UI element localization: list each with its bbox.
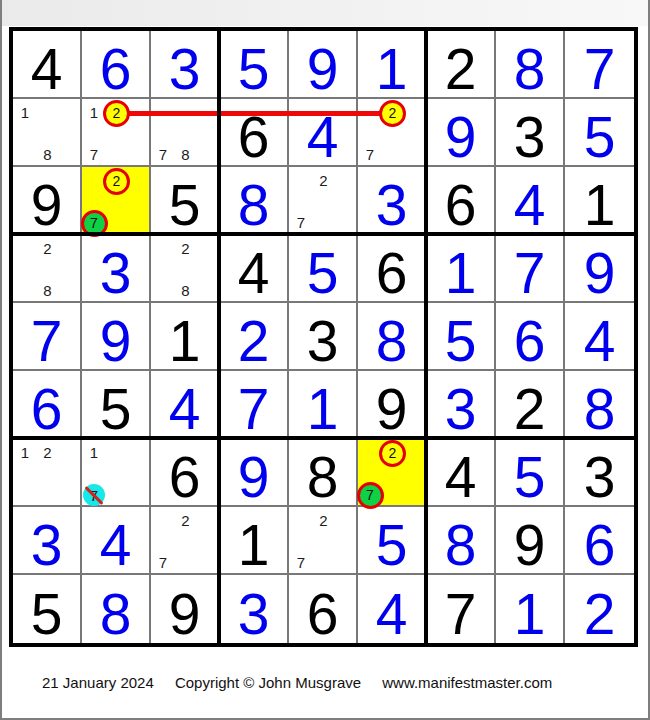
- cell-r7c8[interactable]: 5: [496, 439, 565, 507]
- given-digit: 3: [496, 99, 563, 165]
- given-digit: 5: [13, 575, 80, 643]
- footer-website: www.manifestmaster.com: [382, 674, 552, 691]
- cell-r7c2[interactable]: 17: [82, 439, 151, 507]
- cell-r8c6[interactable]: 5: [358, 507, 427, 575]
- pencil-mark: 8: [37, 282, 59, 300]
- solved-digit: 1: [358, 31, 425, 97]
- pencil-mark: 2: [37, 240, 59, 258]
- box-border-horizontal-bottom: [13, 436, 634, 440]
- solved-digit: 3: [151, 31, 218, 97]
- sudoku-board: 4635912871817278647293592758273641283284…: [9, 27, 638, 647]
- cell-r4c8[interactable]: 7: [496, 235, 565, 303]
- given-digit: 5: [151, 167, 218, 233]
- cell-r7c3[interactable]: 6: [151, 439, 220, 507]
- cell-r3c6[interactable]: 3: [358, 167, 427, 235]
- solved-digit: 8: [565, 371, 634, 437]
- cell-r9c2[interactable]: 8: [82, 575, 151, 643]
- footer-date: 21 January 2024: [42, 674, 154, 691]
- cell-r8c3[interactable]: 27: [151, 507, 220, 575]
- cell-r4c4[interactable]: 4: [220, 235, 289, 303]
- solved-digit: 4: [496, 167, 563, 233]
- circled-candidate-2: 2: [103, 168, 130, 195]
- cell-r5c6[interactable]: 8: [358, 303, 427, 371]
- solved-digit: 5: [289, 235, 356, 301]
- cell-r5c2[interactable]: 9: [82, 303, 151, 371]
- cell-r5c5[interactable]: 3: [289, 303, 358, 371]
- given-digit: 6: [427, 167, 494, 233]
- cell-r5c7[interactable]: 5: [427, 303, 496, 371]
- cell-r6c7[interactable]: 3: [427, 371, 496, 439]
- given-digit: 1: [565, 167, 634, 233]
- cell-r4c5[interactable]: 5: [289, 235, 358, 303]
- cell-r8c7[interactable]: 8: [427, 507, 496, 575]
- solved-digit: 5: [427, 303, 494, 369]
- pencil-mark: 7: [359, 146, 381, 164]
- given-digit: 5: [82, 371, 149, 437]
- cell-r6c9[interactable]: 8: [565, 371, 634, 439]
- solved-digit: 3: [13, 507, 80, 573]
- cell-r7c1[interactable]: 12: [13, 439, 82, 507]
- cell-r3c9[interactable]: 1: [565, 167, 634, 235]
- cell-r8c9[interactable]: 6: [565, 507, 634, 575]
- solved-digit: 4: [565, 303, 634, 369]
- cell-r6c8[interactable]: 2: [496, 371, 565, 439]
- given-digit: 6: [151, 439, 218, 505]
- cell-r1c9[interactable]: 7: [565, 31, 634, 99]
- cell-r1c8[interactable]: 8: [496, 31, 565, 99]
- solved-digit: 4: [358, 575, 425, 643]
- cell-r3c8[interactable]: 4: [496, 167, 565, 235]
- solved-digit: 7: [496, 235, 563, 301]
- cell-r9c1[interactable]: 5: [13, 575, 82, 643]
- cell-r8c1[interactable]: 3: [13, 507, 82, 575]
- cell-r9c7[interactable]: 7: [427, 575, 496, 643]
- given-digit: 1: [151, 303, 218, 369]
- pencil-mark: 1: [14, 444, 36, 462]
- solved-digit: 7: [13, 303, 80, 369]
- cell-r3c4[interactable]: 8: [220, 167, 289, 235]
- circled-candidate-2: 2: [103, 100, 130, 127]
- pencil-mark: 7: [290, 554, 312, 572]
- cell-r4c7[interactable]: 1: [427, 235, 496, 303]
- cell-r5c9[interactable]: 4: [565, 303, 634, 371]
- cell-r2c3[interactable]: 78: [151, 99, 220, 167]
- given-digit: 2: [496, 371, 563, 437]
- cell-r7c7[interactable]: 4: [427, 439, 496, 507]
- solved-digit: 7: [565, 31, 634, 97]
- solved-digit: 4: [289, 99, 356, 165]
- cell-r2c1[interactable]: 18: [13, 99, 82, 167]
- pencil-mark: 7: [152, 554, 174, 572]
- given-digit: 6: [289, 575, 356, 643]
- solved-digit: 5: [220, 31, 287, 97]
- cell-r3c1[interactable]: 9: [13, 167, 82, 235]
- cell-r7c5[interactable]: 8: [289, 439, 358, 507]
- given-digit: 9: [358, 371, 425, 437]
- cell-r4c1[interactable]: 28: [13, 235, 82, 303]
- cell-r7c4[interactable]: 9: [220, 439, 289, 507]
- pencil-mark: 8: [175, 146, 197, 164]
- solved-digit: 1: [427, 235, 494, 301]
- cell-r6c2[interactable]: 5: [82, 371, 151, 439]
- solved-digit: 5: [358, 507, 425, 573]
- cell-r2c8[interactable]: 3: [496, 99, 565, 167]
- cell-r9c6[interactable]: 4: [358, 575, 427, 643]
- given-digit: 7: [427, 575, 494, 643]
- title-bar: [2, 0, 648, 26]
- solved-digit: 6: [565, 507, 634, 573]
- cell-r9c4[interactable]: 3: [220, 575, 289, 643]
- solved-digit: 2: [565, 575, 634, 643]
- solved-digit: 8: [427, 507, 494, 573]
- circled-candidate-2: 2: [379, 440, 406, 467]
- solved-digit: 9: [289, 31, 356, 97]
- circled-candidate-2: 2: [379, 100, 406, 127]
- cell-r1c4[interactable]: 5: [220, 31, 289, 99]
- given-digit: 3: [289, 303, 356, 369]
- given-digit: 8: [289, 439, 356, 505]
- pencil-mark: 7: [152, 146, 174, 164]
- circled-candidate-7: 7: [357, 482, 384, 509]
- given-digit: 4: [220, 235, 287, 301]
- cell-r2c6[interactable]: 72: [358, 99, 427, 167]
- cell-r2c5[interactable]: 4: [289, 99, 358, 167]
- solved-digit: 4: [82, 507, 149, 573]
- cell-r5c1[interactable]: 7: [13, 303, 82, 371]
- given-digit: 6: [358, 235, 425, 301]
- footer-copyright: Copyright © John Musgrave: [175, 674, 361, 691]
- solved-digit: 8: [496, 31, 563, 97]
- cell-r9c3[interactable]: 9: [151, 575, 220, 643]
- cell-r3c2[interactable]: 27: [82, 167, 151, 235]
- pencil-mark: 1: [14, 104, 36, 122]
- cell-r7c6[interactable]: 27: [358, 439, 427, 507]
- solved-digit: 1: [289, 371, 356, 437]
- cell-r1c3[interactable]: 3: [151, 31, 220, 99]
- cell-r9c5[interactable]: 6: [289, 575, 358, 643]
- solved-digit: 4: [151, 371, 218, 437]
- given-digit: 2: [427, 31, 494, 97]
- given-digit: 9: [151, 575, 218, 643]
- cell-r2c4[interactable]: 6: [220, 99, 289, 167]
- given-digit: 6: [220, 99, 287, 165]
- footer: 21 January 2024 Copyright © John Musgrav…: [42, 674, 569, 691]
- solved-digit: 5: [565, 99, 634, 165]
- solved-digit: 1: [496, 575, 563, 643]
- solved-digit: 3: [427, 371, 494, 437]
- cell-r3c3[interactable]: 5: [151, 167, 220, 235]
- cell-r1c2[interactable]: 6: [82, 31, 151, 99]
- pencil-mark: 2: [313, 172, 335, 190]
- cell-r9c9[interactable]: 2: [565, 575, 634, 643]
- given-digit: 4: [13, 31, 80, 97]
- cell-r1c1[interactable]: 4: [13, 31, 82, 99]
- solved-digit: 9: [427, 99, 494, 165]
- solved-digit: 9: [220, 439, 287, 505]
- solved-digit: 3: [220, 575, 287, 643]
- pencil-mark: 8: [175, 282, 197, 300]
- cell-r8c8[interactable]: 9: [496, 507, 565, 575]
- solved-digit: 2: [220, 303, 287, 369]
- sudoku-app-window: 4635912871817278647293592758273641283284…: [0, 0, 650, 720]
- solved-digit: 8: [358, 303, 425, 369]
- cell-r7c9[interactable]: 3: [565, 439, 634, 507]
- solved-digit: 6: [13, 371, 80, 437]
- eliminated-candidate-7: 7: [83, 484, 105, 506]
- cell-r3c7[interactable]: 6: [427, 167, 496, 235]
- pencil-mark: 8: [37, 146, 59, 164]
- given-digit: 1: [220, 507, 287, 573]
- cell-r6c1[interactable]: 6: [13, 371, 82, 439]
- given-digit: 3: [565, 439, 634, 505]
- cell-r6c6[interactable]: 9: [358, 371, 427, 439]
- pencil-mark: 7: [83, 146, 105, 164]
- cell-r4c2[interactable]: 3: [82, 235, 151, 303]
- solved-digit: 9: [565, 235, 634, 301]
- box-border-vertical-right: [424, 31, 428, 643]
- cell-r2c2[interactable]: 172: [82, 99, 151, 167]
- pencil-mark: 2: [313, 512, 335, 530]
- solved-digit: 7: [220, 371, 287, 437]
- cell-r1c6[interactable]: 1: [358, 31, 427, 99]
- pencil-mark: 2: [175, 512, 197, 530]
- chain-link-line: [117, 111, 393, 116]
- solved-digit: 9: [82, 303, 149, 369]
- cell-r1c7[interactable]: 2: [427, 31, 496, 99]
- pencil-mark: 1: [83, 444, 105, 462]
- pencil-mark: 1: [83, 104, 105, 122]
- pencil-mark: 2: [37, 444, 59, 462]
- solved-digit: 8: [82, 575, 149, 643]
- cell-r2c9[interactable]: 5: [565, 99, 634, 167]
- cell-r4c9[interactable]: 9: [565, 235, 634, 303]
- solved-digit: 6: [82, 31, 149, 97]
- cell-r6c4[interactable]: 7: [220, 371, 289, 439]
- cell-r8c5[interactable]: 27: [289, 507, 358, 575]
- solved-digit: 5: [496, 439, 563, 505]
- cell-r5c3[interactable]: 1: [151, 303, 220, 371]
- cell-r6c5[interactable]: 1: [289, 371, 358, 439]
- solved-digit: 6: [496, 303, 563, 369]
- pencil-mark: 7: [290, 214, 312, 232]
- solved-digit: 8: [220, 167, 287, 233]
- cell-r8c2[interactable]: 4: [82, 507, 151, 575]
- given-digit: 9: [496, 507, 563, 573]
- cell-r2c7[interactable]: 9: [427, 99, 496, 167]
- cell-r3c5[interactable]: 27: [289, 167, 358, 235]
- cell-r8c4[interactable]: 1: [220, 507, 289, 575]
- cell-r1c5[interactable]: 9: [289, 31, 358, 99]
- cell-r9c8[interactable]: 1: [496, 575, 565, 643]
- cell-r5c8[interactable]: 6: [496, 303, 565, 371]
- given-digit: 9: [13, 167, 80, 233]
- solved-digit: 3: [82, 235, 149, 301]
- box-border-vertical-left: [217, 31, 221, 643]
- solved-digit: 3: [358, 167, 425, 233]
- cell-r4c3[interactable]: 28: [151, 235, 220, 303]
- cell-r6c3[interactable]: 4: [151, 371, 220, 439]
- box-border-horizontal-top: [13, 232, 634, 236]
- cell-r4c6[interactable]: 6: [358, 235, 427, 303]
- given-digit: 4: [427, 439, 494, 505]
- pencil-mark: 2: [175, 240, 197, 258]
- cell-r5c4[interactable]: 2: [220, 303, 289, 371]
